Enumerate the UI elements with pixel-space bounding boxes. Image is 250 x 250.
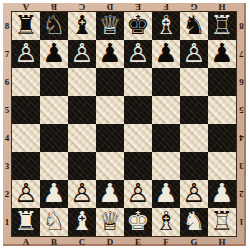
rank-label-left-8: 8: [3, 12, 11, 40]
file-label-bottom-e: E: [124, 237, 152, 246]
square-c8[interactable]: ♝: [68, 12, 96, 40]
square-b4[interactable]: [40, 124, 68, 152]
board-frame: ABCDEFGH ABCDEFGH 87654321 87654321 ♜♘♝♕…: [3, 3, 246, 246]
square-h3[interactable]: [208, 152, 236, 180]
black-bishop: ♝: [70, 12, 93, 39]
rank-label-left-4: 4: [3, 124, 11, 152]
square-c4[interactable]: [68, 124, 96, 152]
file-label-bottom-b: B: [40, 237, 68, 246]
square-e6[interactable]: [124, 68, 152, 96]
square-h7[interactable]: ♟: [208, 40, 236, 68]
square-c7[interactable]: ♙: [68, 40, 96, 68]
square-a7[interactable]: ♙: [12, 40, 40, 68]
white-rook: ♖: [210, 208, 233, 235]
white-rook: ♜: [14, 208, 37, 235]
square-d2[interactable]: ♟: [96, 180, 124, 208]
square-d3[interactable]: [96, 152, 124, 180]
square-f4[interactable]: [152, 124, 180, 152]
board-grid: ♜♘♝♕♚♗♞♖♙♟♙♟♙♟♙♟♙♟♙♟♙♟♙♟♜♘♝♕♚♗♞♖: [11, 11, 237, 237]
black-king: ♚: [126, 12, 149, 39]
rank-label-right-7: 7: [237, 40, 246, 68]
file-label-top-a: A: [12, 3, 40, 11]
square-d1[interactable]: ♕: [96, 208, 124, 236]
square-f7[interactable]: ♟: [152, 40, 180, 68]
file-label-top-d: D: [96, 3, 124, 11]
rank-label-left-6: 6: [3, 68, 11, 96]
square-e7[interactable]: ♙: [124, 40, 152, 68]
rank-label-right-8: 8: [237, 12, 246, 40]
rank-labels-left: 87654321: [3, 12, 11, 236]
rank-label-right-1: 1: [237, 208, 246, 236]
square-f3[interactable]: [152, 152, 180, 180]
black-pawn: ♙: [14, 40, 37, 67]
file-labels-top: ABCDEFGH: [12, 3, 236, 11]
black-pawn: ♟: [42, 40, 65, 67]
square-c5[interactable]: [68, 96, 96, 124]
black-pawn: ♙: [126, 40, 149, 67]
black-pawn: ♟: [154, 40, 177, 67]
white-pawn: ♟: [210, 180, 233, 207]
square-e3[interactable]: [124, 152, 152, 180]
file-label-bottom-c: C: [68, 237, 96, 246]
square-e2[interactable]: ♙: [124, 180, 152, 208]
white-pawn: ♟: [42, 180, 65, 207]
square-a5[interactable]: [12, 96, 40, 124]
black-rook: ♖: [210, 12, 233, 39]
black-rook: ♜: [14, 12, 37, 39]
black-knight: ♞: [182, 12, 205, 39]
square-b5[interactable]: [40, 96, 68, 124]
square-a1[interactable]: ♜: [12, 208, 40, 236]
white-king: ♚: [126, 208, 149, 235]
file-label-top-h: H: [208, 3, 236, 11]
square-b2[interactable]: ♟: [40, 180, 68, 208]
square-g2[interactable]: ♙: [180, 180, 208, 208]
square-e8[interactable]: ♚: [124, 12, 152, 40]
black-queen: ♕: [98, 12, 121, 39]
black-pawn: ♙: [70, 40, 93, 67]
square-h6[interactable]: [208, 68, 236, 96]
square-f6[interactable]: [152, 68, 180, 96]
square-e5[interactable]: [124, 96, 152, 124]
white-queen: ♕: [98, 208, 121, 235]
file-label-bottom-g: G: [180, 237, 208, 246]
rank-label-right-2: 2: [237, 180, 246, 208]
chess-diagram: ABCDEFGH ABCDEFGH 87654321 87654321 ♜♘♝♕…: [0, 0, 250, 250]
square-g3[interactable]: [180, 152, 208, 180]
square-b8[interactable]: ♘: [40, 12, 68, 40]
square-g6[interactable]: [180, 68, 208, 96]
white-knight: ♘: [42, 208, 65, 235]
square-h2[interactable]: ♟: [208, 180, 236, 208]
file-label-top-g: G: [180, 3, 208, 11]
square-d6[interactable]: [96, 68, 124, 96]
white-pawn: ♙: [14, 180, 37, 207]
black-pawn: ♙: [182, 40, 205, 67]
rank-label-left-7: 7: [3, 40, 11, 68]
black-pawn: ♟: [98, 40, 121, 67]
rank-label-left-1: 1: [3, 208, 11, 236]
square-g8[interactable]: ♞: [180, 12, 208, 40]
square-b3[interactable]: [40, 152, 68, 180]
square-d4[interactable]: [96, 124, 124, 152]
square-h1[interactable]: ♖: [208, 208, 236, 236]
square-c1[interactable]: ♝: [68, 208, 96, 236]
white-pawn: ♟: [154, 180, 177, 207]
square-d5[interactable]: [96, 96, 124, 124]
rank-label-right-4: 4: [237, 124, 246, 152]
file-label-top-c: C: [68, 3, 96, 11]
square-f5[interactable]: [152, 96, 180, 124]
white-knight: ♞: [182, 208, 205, 235]
square-a3[interactable]: [12, 152, 40, 180]
rank-label-right-3: 3: [237, 152, 246, 180]
black-bishop: ♗: [154, 12, 177, 39]
square-g7[interactable]: ♙: [180, 40, 208, 68]
white-pawn: ♙: [70, 180, 93, 207]
square-g5[interactable]: [180, 96, 208, 124]
square-g4[interactable]: [180, 124, 208, 152]
white-pawn: ♙: [182, 180, 205, 207]
square-h8[interactable]: ♖: [208, 12, 236, 40]
square-b1[interactable]: ♘: [40, 208, 68, 236]
file-label-bottom-f: F: [152, 237, 180, 246]
rank-labels-right: 87654321: [237, 12, 246, 236]
square-a2[interactable]: ♙: [12, 180, 40, 208]
white-pawn: ♟: [98, 180, 121, 207]
square-c6[interactable]: [68, 68, 96, 96]
file-label-bottom-d: D: [96, 237, 124, 246]
white-pawn: ♙: [126, 180, 149, 207]
white-bishop: ♝: [70, 208, 93, 235]
square-h4[interactable]: [208, 124, 236, 152]
square-a6[interactable]: [12, 68, 40, 96]
square-d8[interactable]: ♕: [96, 12, 124, 40]
file-label-top-e: E: [124, 3, 152, 11]
square-a8[interactable]: ♜: [12, 12, 40, 40]
square-e4[interactable]: [124, 124, 152, 152]
square-c3[interactable]: [68, 152, 96, 180]
rank-label-right-6: 6: [237, 68, 246, 96]
square-f2[interactable]: ♟: [152, 180, 180, 208]
file-label-bottom-h: H: [208, 237, 236, 246]
square-h5[interactable]: [208, 96, 236, 124]
square-e1[interactable]: ♚: [124, 208, 152, 236]
black-pawn: ♟: [210, 40, 233, 67]
square-a4[interactable]: [12, 124, 40, 152]
square-g1[interactable]: ♞: [180, 208, 208, 236]
file-label-top-b: B: [40, 3, 68, 11]
file-label-top-f: F: [152, 3, 180, 11]
square-b6[interactable]: [40, 68, 68, 96]
rank-label-right-5: 5: [237, 96, 246, 124]
rank-label-left-3: 3: [3, 152, 11, 180]
square-f1[interactable]: ♗: [152, 208, 180, 236]
rank-label-left-2: 2: [3, 180, 11, 208]
square-d7[interactable]: ♟: [96, 40, 124, 68]
white-bishop: ♗: [154, 208, 177, 235]
square-c2[interactable]: ♙: [68, 180, 96, 208]
rank-label-left-5: 5: [3, 96, 11, 124]
file-label-bottom-a: A: [12, 237, 40, 246]
square-f8[interactable]: ♗: [152, 12, 180, 40]
black-knight: ♘: [42, 12, 65, 39]
file-labels-bottom: ABCDEFGH: [12, 237, 236, 246]
square-b7[interactable]: ♟: [40, 40, 68, 68]
